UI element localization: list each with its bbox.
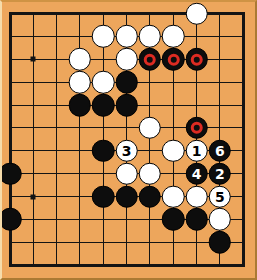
grid-line-horizontal <box>9 127 245 128</box>
black-stone: 2 <box>209 162 232 185</box>
black-stone <box>185 48 208 71</box>
move-number-label: 3 <box>122 144 132 158</box>
black-stone <box>162 48 185 71</box>
grid-line-horizontal <box>9 264 245 267</box>
white-stone <box>139 25 162 48</box>
black-stone <box>185 117 208 140</box>
move-number-label: 1 <box>192 144 202 158</box>
black-stone <box>139 185 162 208</box>
circle-mark-icon <box>191 122 203 134</box>
circle-mark-icon <box>191 53 203 65</box>
white-stone <box>115 162 138 185</box>
black-stone <box>115 185 138 208</box>
circle-mark-icon <box>144 53 156 65</box>
black-stone <box>162 208 185 231</box>
black-stone <box>209 231 232 254</box>
grid-line-horizontal <box>9 12 245 15</box>
move-number-label: 4 <box>192 167 202 181</box>
go-diagram: 316425 <box>0 0 257 280</box>
white-stone <box>92 25 115 48</box>
black-stone <box>115 94 138 117</box>
black-stone: 4 <box>185 162 208 185</box>
white-stone: 5 <box>209 185 232 208</box>
move-number-label: 5 <box>215 190 225 204</box>
white-stone <box>115 48 138 71</box>
white-stone <box>139 117 162 140</box>
white-stone <box>139 162 162 185</box>
black-stone <box>185 208 208 231</box>
white-stone: 1 <box>185 140 208 163</box>
grid-line-vertical <box>33 12 34 267</box>
move-number-label: 2 <box>215 167 225 181</box>
white-stone <box>115 25 138 48</box>
grid-line-vertical <box>242 12 245 267</box>
white-stone <box>185 185 208 208</box>
white-stone <box>69 48 92 71</box>
white-stone <box>185 2 208 25</box>
white-stone <box>209 208 232 231</box>
grid-line-vertical <box>56 12 57 267</box>
white-stone: 3 <box>115 140 138 163</box>
circle-mark-icon <box>167 53 179 65</box>
black-stone <box>92 140 115 163</box>
black-stone <box>0 208 21 231</box>
black-stone <box>139 48 162 71</box>
black-stone <box>92 94 115 117</box>
white-stone <box>69 71 92 94</box>
move-number-label: 6 <box>215 144 225 158</box>
star-point <box>31 194 36 199</box>
star-point <box>31 57 36 62</box>
black-stone <box>92 185 115 208</box>
black-stone <box>115 71 138 94</box>
white-stone <box>92 71 115 94</box>
white-stone <box>162 25 185 48</box>
white-stone <box>162 185 185 208</box>
black-stone <box>69 94 92 117</box>
black-stone: 6 <box>209 140 232 163</box>
white-stone <box>162 140 185 163</box>
black-stone <box>0 162 21 185</box>
